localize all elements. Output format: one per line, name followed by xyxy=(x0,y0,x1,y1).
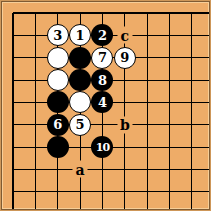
intersection-r9-c6[interactable] xyxy=(114,181,136,203)
intersection-r5-c6[interactable] xyxy=(114,91,136,113)
intersection-r4-c9[interactable] xyxy=(181,69,203,91)
intersection-r1-c8[interactable] xyxy=(158,2,180,24)
intersection-r5-c9[interactable] xyxy=(181,91,203,113)
intersection-r9-c9[interactable] xyxy=(181,181,203,203)
move-number: 5 xyxy=(76,118,85,131)
point-label-a: a xyxy=(73,161,88,178)
intersection-r4-c3[interactable] xyxy=(47,69,69,91)
move-number: 7 xyxy=(98,51,107,64)
intersection-r8-c9[interactable] xyxy=(181,158,203,180)
intersection-r8-c8[interactable] xyxy=(158,158,180,180)
intersection-r6-c5[interactable] xyxy=(91,114,113,136)
intersection-r3-c5[interactable]: 7 xyxy=(91,47,113,69)
black-stone xyxy=(69,47,91,69)
intersection-r5-c7[interactable] xyxy=(136,91,158,113)
intersection-r7-c9[interactable] xyxy=(181,136,203,158)
intersection-r2-c2[interactable] xyxy=(24,24,46,46)
white-stone-move-5: 5 xyxy=(69,114,91,136)
point-label-c: c xyxy=(117,27,132,44)
intersection-r1-c2[interactable] xyxy=(24,2,46,24)
intersection-r1-c4[interactable] xyxy=(69,2,91,24)
white-stone-move-9: 9 xyxy=(114,47,136,69)
intersection-r8-c5[interactable] xyxy=(91,158,113,180)
intersection-r2-c3[interactable]: 3 xyxy=(47,24,69,46)
intersection-r2-c7[interactable] xyxy=(136,24,158,46)
intersection-r4-c5[interactable]: 8 xyxy=(91,69,113,91)
black-stone xyxy=(69,69,91,91)
white-stone xyxy=(69,91,91,113)
intersection-r6-c8[interactable] xyxy=(158,114,180,136)
black-stone-move-4: 4 xyxy=(91,91,113,113)
intersection-r7-c8[interactable] xyxy=(158,136,180,158)
intersection-r2-c8[interactable] xyxy=(158,24,180,46)
intersection-r7-c6[interactable] xyxy=(114,136,136,158)
intersection-r4-c6[interactable] xyxy=(114,69,136,91)
intersection-r6-c4[interactable]: 5 xyxy=(69,114,91,136)
white-stone-move-7: 7 xyxy=(91,47,113,69)
intersection-r6-c6[interactable]: b xyxy=(114,114,136,136)
black-stone-move-2: 2 xyxy=(91,24,113,46)
move-number: 6 xyxy=(53,118,62,131)
intersection-r7-c5[interactable]: 10 xyxy=(91,136,113,158)
intersection-r8-c3[interactable] xyxy=(47,158,69,180)
intersection-r5-c3[interactable] xyxy=(47,91,69,113)
intersection-r9-c3[interactable] xyxy=(47,181,69,203)
intersection-r7-c4[interactable] xyxy=(69,136,91,158)
intersection-r2-c9[interactable] xyxy=(181,24,203,46)
intersection-r5-c5[interactable]: 4 xyxy=(91,91,113,113)
intersection-r6-c9[interactable] xyxy=(181,114,203,136)
intersection-r4-c4[interactable] xyxy=(69,69,91,91)
intersection-r7-c7[interactable] xyxy=(136,136,158,158)
intersection-r1-c1[interactable] xyxy=(2,2,24,24)
intersection-r9-c8[interactable] xyxy=(158,181,180,203)
intersection-r3-c8[interactable] xyxy=(158,47,180,69)
intersection-r9-c1[interactable] xyxy=(2,181,24,203)
intersection-r3-c3[interactable] xyxy=(47,47,69,69)
intersection-r9-c5[interactable] xyxy=(91,181,113,203)
intersection-r5-c8[interactable] xyxy=(158,91,180,113)
intersection-r1-c3[interactable] xyxy=(47,2,69,24)
intersection-r3-c2[interactable] xyxy=(24,47,46,69)
intersection-r1-c6[interactable] xyxy=(114,2,136,24)
intersection-r8-c6[interactable] xyxy=(114,158,136,180)
intersection-r8-c2[interactable] xyxy=(24,158,46,180)
intersection-r6-c1[interactable] xyxy=(2,114,24,136)
intersection-r9-c4[interactable] xyxy=(69,181,91,203)
intersection-r2-c1[interactable] xyxy=(2,24,24,46)
move-number: 3 xyxy=(53,29,62,42)
intersection-r4-c1[interactable] xyxy=(2,69,24,91)
intersection-r9-c2[interactable] xyxy=(24,181,46,203)
intersection-r4-c7[interactable] xyxy=(136,69,158,91)
intersection-r5-c4[interactable] xyxy=(69,91,91,113)
white-stone xyxy=(47,69,69,91)
move-number: 1 xyxy=(76,29,85,42)
intersection-r2-c5[interactable]: 2 xyxy=(91,24,113,46)
intersection-r6-c3[interactable]: 6 xyxy=(47,114,69,136)
intersection-r7-c1[interactable] xyxy=(2,136,24,158)
intersection-r3-c1[interactable] xyxy=(2,47,24,69)
move-number: 10 xyxy=(96,142,109,153)
intersection-r8-c7[interactable] xyxy=(136,158,158,180)
go-board: 312c798465b10a xyxy=(2,2,203,203)
intersection-r1-c9[interactable] xyxy=(181,2,203,24)
black-stone-move-6: 6 xyxy=(47,114,69,136)
go-diagram: 312c798465b10a xyxy=(0,0,211,211)
intersection-r6-c7[interactable] xyxy=(136,114,158,136)
intersection-r3-c6[interactable]: 9 xyxy=(114,47,136,69)
point-label-b: b xyxy=(117,116,132,133)
intersection-r2-c6[interactable]: c xyxy=(114,24,136,46)
intersection-r7-c3[interactable] xyxy=(47,136,69,158)
black-stone-move-10: 10 xyxy=(91,136,113,158)
intersection-r3-c9[interactable] xyxy=(181,47,203,69)
intersection-r8-c1[interactable] xyxy=(2,158,24,180)
intersection-r6-c2[interactable] xyxy=(24,114,46,136)
intersection-r7-c2[interactable] xyxy=(24,136,46,158)
intersection-r4-c2[interactable] xyxy=(24,69,46,91)
black-stone xyxy=(47,91,69,113)
intersection-r1-c5[interactable] xyxy=(91,2,113,24)
white-stone xyxy=(47,47,69,69)
intersection-r8-c4[interactable]: a xyxy=(69,158,91,180)
white-stone-move-3: 3 xyxy=(47,24,69,46)
intersection-r1-c7[interactable] xyxy=(136,2,158,24)
move-number: 8 xyxy=(98,74,107,87)
intersection-r5-c1[interactable] xyxy=(2,91,24,113)
intersection-r3-c7[interactable] xyxy=(136,47,158,69)
intersection-r4-c8[interactable] xyxy=(158,69,180,91)
intersection-r3-c4[interactable] xyxy=(69,47,91,69)
black-stone-move-8: 8 xyxy=(91,69,113,91)
move-number: 4 xyxy=(98,96,107,109)
move-number: 9 xyxy=(120,51,129,64)
intersection-r5-c2[interactable] xyxy=(24,91,46,113)
intersection-r2-c4[interactable]: 1 xyxy=(69,24,91,46)
black-stone xyxy=(47,136,69,158)
intersection-r9-c7[interactable] xyxy=(136,181,158,203)
move-number: 2 xyxy=(98,29,107,42)
white-stone-move-1: 1 xyxy=(69,24,91,46)
